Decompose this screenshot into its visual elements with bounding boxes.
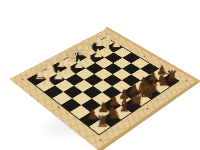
chess-piece-black-rook: ♜ (95, 114, 110, 129)
chess-piece-white-pawn: ♟ (41, 75, 55, 88)
product-photo-canvas: ♜♞♝♛♚♝♞♜♟♟♟♟♟♟♟♟♟♟♟♟♟♟♟♟♜♞♝♛♚♝♞♜ (0, 0, 200, 150)
